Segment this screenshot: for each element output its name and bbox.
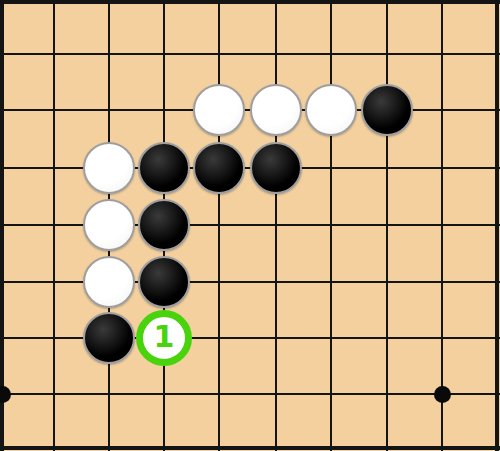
black-stone <box>138 142 190 194</box>
grid-line-horizontal <box>0 337 500 339</box>
white-stone <box>193 84 245 136</box>
white-stone <box>83 199 135 251</box>
black-stone <box>250 142 302 194</box>
move-number-label: 1 <box>154 322 175 352</box>
black-stone <box>193 142 245 194</box>
white-stone <box>83 256 135 308</box>
grid-line-horizontal <box>0 53 500 55</box>
black-stone <box>138 256 190 308</box>
black-stone <box>138 199 190 251</box>
grid-line-horizontal <box>0 393 500 395</box>
grid-line-horizontal <box>0 281 500 283</box>
go-board-diagram: 1 <box>0 0 500 451</box>
grid-line-horizontal <box>0 446 500 450</box>
grid-line-horizontal <box>0 224 500 226</box>
star-point <box>434 386 451 403</box>
grid-line-horizontal <box>0 0 500 4</box>
black-stone <box>361 84 413 136</box>
black-stone <box>83 312 135 364</box>
white-stone <box>83 142 135 194</box>
white-stone <box>305 84 357 136</box>
white-stone <box>250 84 302 136</box>
move-1-marked-stone: 1 <box>136 310 192 366</box>
star-point <box>0 386 11 403</box>
go-board[interactable]: 1 <box>0 0 500 451</box>
